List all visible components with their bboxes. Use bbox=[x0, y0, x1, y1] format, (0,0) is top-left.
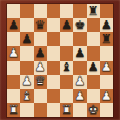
white-bishop-piece[interactable]: ♝ bbox=[21, 89, 32, 102]
black-pawn-piece[interactable]: ♟ bbox=[61, 18, 72, 31]
white-king-piece[interactable]: ♚ bbox=[88, 103, 99, 116]
square-c1[interactable] bbox=[34, 103, 47, 117]
square-b2[interactable]: ♝ bbox=[20, 89, 33, 103]
white-pawn-piece[interactable]: ♟ bbox=[74, 75, 85, 88]
square-f1[interactable] bbox=[73, 103, 86, 117]
square-d3[interactable] bbox=[47, 75, 60, 89]
white-pawn-piece[interactable]: ♟ bbox=[21, 75, 32, 88]
chess-board: ♜♟♛♟♚♟♟♜♟♟♟♟♝♟♟♟♛♟♝♟♟♜♜♚ bbox=[7, 4, 113, 117]
square-c2[interactable] bbox=[34, 89, 47, 103]
white-queen-piece[interactable]: ♛ bbox=[35, 75, 46, 88]
square-a5[interactable]: ♟ bbox=[7, 46, 20, 60]
square-c7[interactable]: ♛ bbox=[34, 18, 47, 32]
square-e4[interactable]: ♝ bbox=[60, 61, 73, 75]
square-g7[interactable] bbox=[87, 18, 100, 32]
square-b6[interactable]: ♟ bbox=[20, 32, 33, 46]
square-d4[interactable] bbox=[47, 61, 60, 75]
white-pawn-piece[interactable]: ♟ bbox=[101, 61, 112, 74]
white-pawn-piece[interactable]: ♟ bbox=[8, 47, 19, 60]
black-rook-piece[interactable]: ♜ bbox=[88, 4, 99, 17]
white-pawn-piece[interactable]: ♟ bbox=[35, 61, 46, 74]
square-f5[interactable]: ♟ bbox=[73, 46, 86, 60]
square-d2[interactable] bbox=[47, 89, 60, 103]
square-e1[interactable]: ♜ bbox=[60, 103, 73, 117]
square-d8[interactable] bbox=[47, 4, 60, 18]
white-pawn-piece[interactable]: ♟ bbox=[74, 89, 85, 102]
square-h6[interactable]: ♜ bbox=[100, 32, 113, 46]
square-b1[interactable] bbox=[20, 103, 33, 117]
square-g6[interactable] bbox=[87, 32, 100, 46]
square-g1[interactable]: ♚ bbox=[87, 103, 100, 117]
square-a3[interactable] bbox=[7, 75, 20, 89]
square-e3[interactable] bbox=[60, 75, 73, 89]
black-pawn-piece[interactable]: ♟ bbox=[74, 47, 85, 60]
white-rook-piece[interactable]: ♜ bbox=[61, 103, 72, 116]
black-pawn-piece[interactable]: ♟ bbox=[101, 18, 112, 31]
black-rook-piece[interactable]: ♜ bbox=[101, 33, 112, 46]
square-f7[interactable]: ♚ bbox=[73, 18, 86, 32]
square-f2[interactable]: ♟ bbox=[73, 89, 86, 103]
square-d7[interactable] bbox=[47, 18, 60, 32]
square-a1[interactable]: ♜ bbox=[7, 103, 20, 117]
black-king-piece[interactable]: ♚ bbox=[74, 18, 85, 31]
square-g4[interactable]: ♟ bbox=[87, 61, 100, 75]
square-c3[interactable]: ♛ bbox=[34, 75, 47, 89]
black-pawn-piece[interactable]: ♟ bbox=[21, 33, 32, 46]
black-pawn-piece[interactable]: ♟ bbox=[8, 18, 19, 31]
square-e7[interactable]: ♟ bbox=[60, 18, 73, 32]
black-queen-piece[interactable]: ♛ bbox=[35, 18, 46, 31]
square-d1[interactable] bbox=[47, 103, 60, 117]
square-b8[interactable] bbox=[20, 4, 33, 18]
square-g8[interactable]: ♜ bbox=[87, 4, 100, 18]
black-pawn-piece[interactable]: ♟ bbox=[35, 47, 46, 60]
square-h2[interactable]: ♟ bbox=[100, 89, 113, 103]
white-rook-piece[interactable]: ♜ bbox=[8, 103, 19, 116]
black-pawn-piece[interactable]: ♟ bbox=[88, 61, 99, 74]
square-a7[interactable]: ♟ bbox=[7, 18, 20, 32]
square-h4[interactable]: ♟ bbox=[100, 61, 113, 75]
white-pawn-piece[interactable]: ♟ bbox=[101, 89, 112, 102]
square-d6[interactable] bbox=[47, 32, 60, 46]
square-a4[interactable] bbox=[7, 61, 20, 75]
square-d5[interactable] bbox=[47, 46, 60, 60]
black-bishop-piece[interactable]: ♝ bbox=[61, 61, 72, 74]
chess-app: ♜♟♛♟♚♟♟♜♟♟♟♟♝♟♟♟♛♟♝♟♟♜♜♚ bbox=[0, 0, 120, 120]
square-b5[interactable] bbox=[20, 46, 33, 60]
square-h1[interactable] bbox=[100, 103, 113, 117]
square-g3[interactable] bbox=[87, 75, 100, 89]
square-e6[interactable] bbox=[60, 32, 73, 46]
